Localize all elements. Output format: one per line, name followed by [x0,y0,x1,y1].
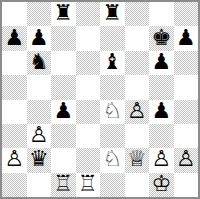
square-h8[interactable] [174,2,199,26]
square-b8[interactable] [27,2,52,26]
square-e2[interactable]: ♘ [100,148,125,172]
square-g1[interactable]: ♔ [149,173,174,197]
square-f1[interactable] [125,173,150,197]
white-pawn-a2[interactable]: ♙ [4,148,24,170]
square-e8[interactable]: ♜ [100,2,125,26]
square-d5[interactable] [76,75,101,99]
square-a7[interactable]: ♟ [2,26,27,50]
white-king-g1[interactable]: ♔ [151,173,171,195]
square-b3[interactable]: ♙ [27,124,52,148]
square-c8[interactable]: ♜ [51,2,76,26]
chess-board: ♜♜♟♟♚♟♞♝♟♟♘♙♟♙♙♛♘♕♙♙♖♖♔ [2,2,198,197]
square-d2[interactable] [76,148,101,172]
square-h3[interactable] [174,124,199,148]
white-pawn-b3[interactable]: ♙ [29,124,49,146]
black-knight-b6[interactable]: ♞ [29,51,49,73]
black-rook-c8[interactable]: ♜ [53,2,73,24]
square-h7[interactable]: ♟ [174,26,199,50]
square-d4[interactable] [76,100,101,124]
square-d1[interactable]: ♖ [76,173,101,197]
square-g5[interactable] [149,75,174,99]
white-pawn-f4[interactable]: ♙ [127,100,147,122]
square-g6[interactable]: ♟ [149,51,174,75]
square-a1[interactable] [2,173,27,197]
white-knight-e2[interactable]: ♘ [102,148,122,170]
chess-board-frame: ♜♜♟♟♚♟♞♝♟♟♘♙♟♙♙♛♘♕♙♙♖♖♔ [0,0,200,199]
square-b6[interactable]: ♞ [27,51,52,75]
square-c5[interactable] [51,75,76,99]
square-c3[interactable] [51,124,76,148]
square-f6[interactable] [125,51,150,75]
square-f4[interactable]: ♙ [125,100,150,124]
black-queen-b2[interactable]: ♛ [29,148,49,170]
square-h6[interactable] [174,51,199,75]
white-pawn-g2[interactable]: ♙ [151,148,171,170]
square-g8[interactable] [149,2,174,26]
square-h1[interactable] [174,173,199,197]
square-h2[interactable]: ♙ [174,148,199,172]
square-b5[interactable] [27,75,52,99]
square-f3[interactable] [125,124,150,148]
square-e5[interactable] [100,75,125,99]
square-b4[interactable] [27,100,52,124]
square-c7[interactable] [51,26,76,50]
square-f2[interactable]: ♕ [125,148,150,172]
square-a4[interactable] [2,100,27,124]
white-pawn-h2[interactable]: ♙ [176,148,196,170]
white-queen-f2[interactable]: ♕ [127,148,147,170]
square-e3[interactable] [100,124,125,148]
square-h4[interactable] [174,100,199,124]
square-b7[interactable]: ♟ [27,26,52,50]
square-g3[interactable] [149,124,174,148]
black-pawn-c4[interactable]: ♟ [53,100,73,122]
square-f7[interactable] [125,26,150,50]
square-e1[interactable] [100,173,125,197]
square-d3[interactable] [76,124,101,148]
black-rook-e8[interactable]: ♜ [102,2,122,24]
square-f8[interactable] [125,2,150,26]
black-pawn-g4[interactable]: ♟ [151,100,171,122]
square-d6[interactable] [76,51,101,75]
square-b1[interactable] [27,173,52,197]
square-g2[interactable]: ♙ [149,148,174,172]
square-a5[interactable] [2,75,27,99]
square-e4[interactable]: ♘ [100,100,125,124]
square-a6[interactable] [2,51,27,75]
square-g7[interactable]: ♚ [149,26,174,50]
square-a3[interactable] [2,124,27,148]
square-c6[interactable] [51,51,76,75]
black-pawn-b7[interactable]: ♟ [29,27,49,49]
black-pawn-g6[interactable]: ♟ [151,51,171,73]
white-rook-d1[interactable]: ♖ [78,173,98,195]
square-a2[interactable]: ♙ [2,148,27,172]
square-e6[interactable]: ♝ [100,51,125,75]
square-d8[interactable] [76,2,101,26]
square-d7[interactable] [76,26,101,50]
square-g4[interactable]: ♟ [149,100,174,124]
square-a8[interactable] [2,2,27,26]
black-pawn-h7[interactable]: ♟ [176,27,196,49]
white-rook-c1[interactable]: ♖ [53,173,73,195]
white-knight-e4[interactable]: ♘ [102,100,122,122]
square-c1[interactable]: ♖ [51,173,76,197]
square-c2[interactable] [51,148,76,172]
black-bishop-e6[interactable]: ♝ [102,51,122,73]
square-e7[interactable] [100,26,125,50]
square-b2[interactable]: ♛ [27,148,52,172]
square-h5[interactable] [174,75,199,99]
black-pawn-a7[interactable]: ♟ [4,27,24,49]
black-king-g7[interactable]: ♚ [151,27,171,49]
square-c4[interactable]: ♟ [51,100,76,124]
square-f5[interactable] [125,75,150,99]
